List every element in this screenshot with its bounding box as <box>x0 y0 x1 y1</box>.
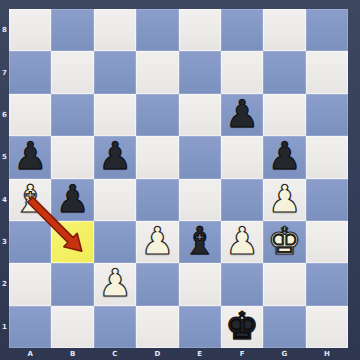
square-g5[interactable]: ♟ <box>263 136 305 178</box>
square-d1[interactable] <box>136 306 178 348</box>
square-b3[interactable] <box>51 221 93 263</box>
rank-label-6: 6 <box>0 94 9 136</box>
square-f3[interactable]: ♟ <box>221 221 263 263</box>
square-f6[interactable]: ♟ <box>221 94 263 136</box>
black-king[interactable]: ♚ <box>225 307 259 345</box>
file-label-h: H <box>306 348 348 360</box>
square-g7[interactable] <box>263 51 305 93</box>
square-a5[interactable]: ♟ <box>9 136 51 178</box>
square-c4[interactable] <box>94 179 136 221</box>
black-pawn[interactable]: ♟ <box>13 137 47 175</box>
square-g2[interactable] <box>263 263 305 305</box>
square-f1[interactable]: ♚ <box>221 306 263 348</box>
square-e6[interactable] <box>179 94 221 136</box>
square-h5[interactable] <box>306 136 348 178</box>
square-g4[interactable]: ♟ <box>263 179 305 221</box>
black-pawn[interactable]: ♟ <box>225 95 259 133</box>
rank-labels: 87654321 <box>0 9 9 348</box>
white-pawn[interactable]: ♟ <box>267 180 301 218</box>
white-bishop[interactable]: ♝ <box>13 180 47 218</box>
square-a4[interactable]: ♝ <box>9 179 51 221</box>
square-b7[interactable] <box>51 51 93 93</box>
square-f4[interactable] <box>221 179 263 221</box>
square-e5[interactable] <box>179 136 221 178</box>
square-a6[interactable] <box>9 94 51 136</box>
square-d8[interactable] <box>136 9 178 51</box>
square-c3[interactable] <box>94 221 136 263</box>
square-e4[interactable] <box>179 179 221 221</box>
square-c6[interactable] <box>94 94 136 136</box>
square-a1[interactable] <box>9 306 51 348</box>
square-b5[interactable] <box>51 136 93 178</box>
rank-label-4: 4 <box>0 179 9 221</box>
square-c8[interactable] <box>94 9 136 51</box>
file-label-a: A <box>9 348 51 360</box>
square-c1[interactable] <box>94 306 136 348</box>
black-pawn[interactable]: ♟ <box>98 137 132 175</box>
square-h7[interactable] <box>306 51 348 93</box>
square-f8[interactable] <box>221 9 263 51</box>
square-f5[interactable] <box>221 136 263 178</box>
rank-label-2: 2 <box>0 263 9 305</box>
white-pawn[interactable]: ♟ <box>140 222 174 260</box>
black-pawn[interactable]: ♟ <box>56 180 90 218</box>
chess-board-frame: ♟♟♟♟♝♟♟♟♝♟♚♟♚ 87654321 ABCDEFGH <box>0 0 360 360</box>
square-b1[interactable] <box>51 306 93 348</box>
square-h2[interactable] <box>306 263 348 305</box>
square-h4[interactable] <box>306 179 348 221</box>
square-b8[interactable] <box>51 9 93 51</box>
white-pawn[interactable]: ♟ <box>98 264 132 302</box>
square-h8[interactable] <box>306 9 348 51</box>
rank-label-7: 7 <box>0 51 9 93</box>
rank-label-1: 1 <box>0 306 9 348</box>
square-e8[interactable] <box>179 9 221 51</box>
chess-board: ♟♟♟♟♝♟♟♟♝♟♚♟♚ <box>9 9 348 348</box>
square-g3[interactable]: ♚ <box>263 221 305 263</box>
white-king[interactable]: ♚ <box>267 222 301 260</box>
square-d2[interactable] <box>136 263 178 305</box>
file-label-e: E <box>179 348 221 360</box>
square-d7[interactable] <box>136 51 178 93</box>
file-label-g: G <box>263 348 305 360</box>
square-h6[interactable] <box>306 94 348 136</box>
white-pawn[interactable]: ♟ <box>225 222 259 260</box>
square-d4[interactable] <box>136 179 178 221</box>
square-g6[interactable] <box>263 94 305 136</box>
square-g1[interactable] <box>263 306 305 348</box>
square-h3[interactable] <box>306 221 348 263</box>
square-a7[interactable] <box>9 51 51 93</box>
square-b2[interactable] <box>51 263 93 305</box>
square-c5[interactable]: ♟ <box>94 136 136 178</box>
square-c7[interactable] <box>94 51 136 93</box>
square-f2[interactable] <box>221 263 263 305</box>
black-pawn[interactable]: ♟ <box>267 137 301 175</box>
rank-label-3: 3 <box>0 221 9 263</box>
rank-label-8: 8 <box>0 9 9 51</box>
square-e3[interactable]: ♝ <box>179 221 221 263</box>
square-a3[interactable] <box>9 221 51 263</box>
square-d6[interactable] <box>136 94 178 136</box>
square-h1[interactable] <box>306 306 348 348</box>
file-labels: ABCDEFGH <box>9 348 348 360</box>
file-label-c: C <box>94 348 136 360</box>
rank-label-5: 5 <box>0 136 9 178</box>
square-b4[interactable]: ♟ <box>51 179 93 221</box>
square-e1[interactable] <box>179 306 221 348</box>
square-e7[interactable] <box>179 51 221 93</box>
square-c2[interactable]: ♟ <box>94 263 136 305</box>
square-b6[interactable] <box>51 94 93 136</box>
square-a2[interactable] <box>9 263 51 305</box>
square-f7[interactable] <box>221 51 263 93</box>
black-bishop[interactable]: ♝ <box>183 222 217 260</box>
square-a8[interactable] <box>9 9 51 51</box>
file-label-f: F <box>221 348 263 360</box>
square-d3[interactable]: ♟ <box>136 221 178 263</box>
file-label-b: B <box>51 348 93 360</box>
square-e2[interactable] <box>179 263 221 305</box>
square-d5[interactable] <box>136 136 178 178</box>
square-g8[interactable] <box>263 9 305 51</box>
file-label-d: D <box>136 348 178 360</box>
